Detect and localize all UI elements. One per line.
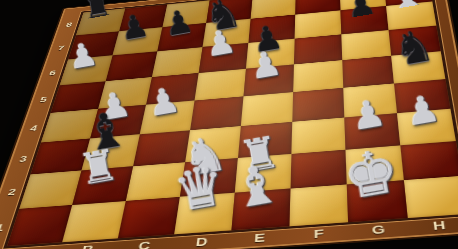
square-b1[interactable] — [62, 201, 126, 242]
square-b6[interactable] — [106, 51, 158, 81]
square-e5[interactable]: ♟ — [244, 64, 294, 96]
white-pawn[interactable]: ♟ — [145, 82, 182, 122]
square-e4[interactable] — [241, 92, 293, 126]
black-pawn[interactable]: ♟ — [344, 0, 378, 24]
square-b7[interactable]: ♟ — [113, 27, 163, 55]
square-f1[interactable] — [289, 184, 348, 226]
file-label-B: B — [57, 241, 117, 249]
rank-label-4: 4 — [22, 123, 46, 134]
file-label-G: G — [348, 221, 409, 240]
playing-surface: ♜♛♚♟♟♞♟♟♟♟♟♟♞♟♟♝♟♟♜♞♜♛♝♚ — [7, 0, 458, 246]
white-rook[interactable]: ♜ — [76, 142, 122, 191]
square-f2[interactable] — [290, 150, 346, 189]
square-d1[interactable]: ♛ — [174, 193, 235, 235]
square-d7[interactable]: ♞ — [203, 19, 251, 47]
square-g5[interactable] — [342, 56, 394, 88]
white-bishop[interactable]: ♝ — [229, 156, 285, 216]
chess-board-grid: ♜♛♚♟♟♞♟♟♟♟♟♟♞♟♟♝♟♟♜♞♜♛♝♚ — [7, 0, 458, 246]
wooden-board-frame: 12345678 ABCDEFGH ♜♛♚♟♟♞♟♟♟♟♟♟♞♟♟♝♟♟♜♞♜♛… — [0, 0, 458, 249]
square-g6[interactable] — [341, 30, 391, 60]
square-f4[interactable] — [292, 88, 344, 122]
file-label-E: E — [230, 229, 289, 247]
board-roll-wrapper: 12345678 ABCDEFGH ♜♛♚♟♟♞♟♟♟♟♟♟♞♟♟♝♟♟♜♞♜♛… — [0, 0, 458, 249]
white-pawn[interactable]: ♟ — [349, 94, 389, 137]
file-label-D: D — [172, 233, 232, 249]
square-g7[interactable]: ♟ — [340, 6, 388, 34]
square-f5[interactable] — [293, 60, 343, 92]
black-knight[interactable]: ♞ — [391, 23, 438, 73]
square-e1[interactable]: ♝ — [231, 189, 290, 231]
white-pawn[interactable]: ♟ — [403, 89, 443, 132]
square-a6[interactable]: ♟ — [60, 55, 113, 85]
square-e7[interactable] — [248, 15, 295, 43]
square-g1[interactable]: ♚ — [347, 180, 408, 222]
square-h3[interactable]: ♟ — [397, 109, 456, 146]
square-b2[interactable]: ♜ — [72, 166, 133, 205]
black-pawn[interactable]: ♟ — [250, 20, 285, 58]
square-d5[interactable] — [195, 69, 247, 101]
square-c7[interactable]: ♟ — [157, 23, 206, 51]
square-g8[interactable] — [340, 0, 386, 10]
square-h5[interactable]: ♞ — [391, 51, 445, 83]
square-a8[interactable]: ♜ — [76, 9, 125, 36]
square-e6[interactable]: ♟ — [246, 39, 295, 69]
square-b8[interactable] — [119, 5, 167, 32]
rank-label-2: 2 — [0, 186, 25, 198]
file-label-F: F — [289, 225, 349, 244]
black-pawn[interactable]: ♟ — [162, 5, 196, 41]
white-pawn[interactable]: ♟ — [391, 0, 426, 20]
black-pawn[interactable]: ♟ — [118, 9, 151, 45]
square-h1[interactable] — [404, 176, 458, 218]
file-label-C: C — [114, 238, 174, 249]
square-c8[interactable] — [162, 0, 209, 27]
square-f6[interactable] — [294, 34, 342, 64]
square-d6[interactable]: ♟ — [199, 43, 249, 73]
file-label-A: A — [2, 245, 62, 249]
rank-label-3: 3 — [11, 153, 36, 164]
white-queen[interactable]: ♛ — [170, 157, 229, 221]
rank-labels: 12345678 — [64, 0, 441, 9]
white-pawn[interactable]: ♟ — [203, 25, 238, 63]
black-rook[interactable]: ♜ — [79, 0, 116, 26]
black-king[interactable]: ♚ — [289, 0, 338, 6]
square-h8[interactable] — [384, 0, 432, 6]
square-h2[interactable] — [400, 141, 458, 180]
square-f3[interactable] — [291, 118, 345, 154]
square-a7[interactable] — [68, 31, 119, 59]
black-queen[interactable]: ♛ — [203, 0, 249, 15]
square-c6[interactable] — [152, 47, 203, 77]
rank-label-7: 7 — [50, 44, 72, 53]
black-knight[interactable]: ♞ — [202, 0, 245, 38]
white-pawn[interactable]: ♟ — [248, 46, 284, 85]
square-d8[interactable]: ♛ — [206, 0, 252, 23]
square-e8[interactable] — [251, 0, 296, 19]
square-f7[interactable] — [295, 10, 342, 38]
rank-label-5: 5 — [32, 95, 55, 105]
white-king[interactable]: ♚ — [339, 139, 403, 208]
rank-label-6: 6 — [41, 68, 63, 78]
square-c1[interactable] — [118, 197, 180, 238]
square-a2[interactable] — [19, 170, 81, 208]
square-c4[interactable]: ♟ — [140, 101, 195, 135]
board-3d-scene: 12345678 ABCDEFGH ♜♛♚♟♟♞♟♟♟♟♟♟♞♟♟♝♟♟♜♞♜♛… — [0, 0, 458, 249]
rank-label-8: 8 — [59, 20, 80, 29]
file-label-H: H — [408, 217, 458, 236]
square-f8[interactable]: ♚ — [295, 0, 340, 15]
file-labels: ABCDEFGH — [64, 0, 441, 9]
chess-app-window: 12345678 ABCDEFGH ♜♛♚♟♟♞♟♟♟♟♟♟♞♟♟♝♟♟♜♞♜♛… — [0, 0, 458, 249]
